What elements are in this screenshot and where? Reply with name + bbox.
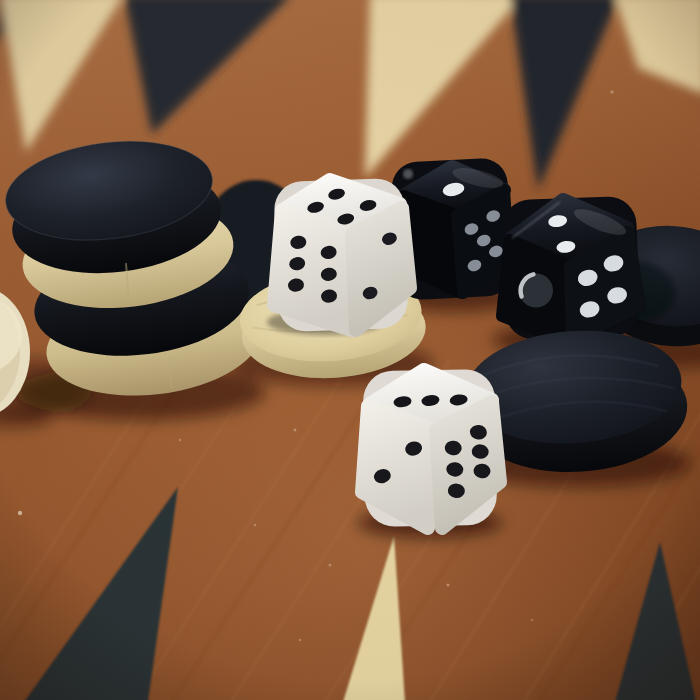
backgammon-board-photo <box>0 0 700 700</box>
die-black-right-left-pips <box>519 274 553 308</box>
backgammon-photo-scene <box>0 0 700 700</box>
die-white-center <box>267 178 410 335</box>
die-black-right <box>502 196 641 341</box>
die-white-front <box>362 369 500 528</box>
die-white-center-front-surface <box>274 210 352 330</box>
corner-highlight <box>403 169 413 179</box>
